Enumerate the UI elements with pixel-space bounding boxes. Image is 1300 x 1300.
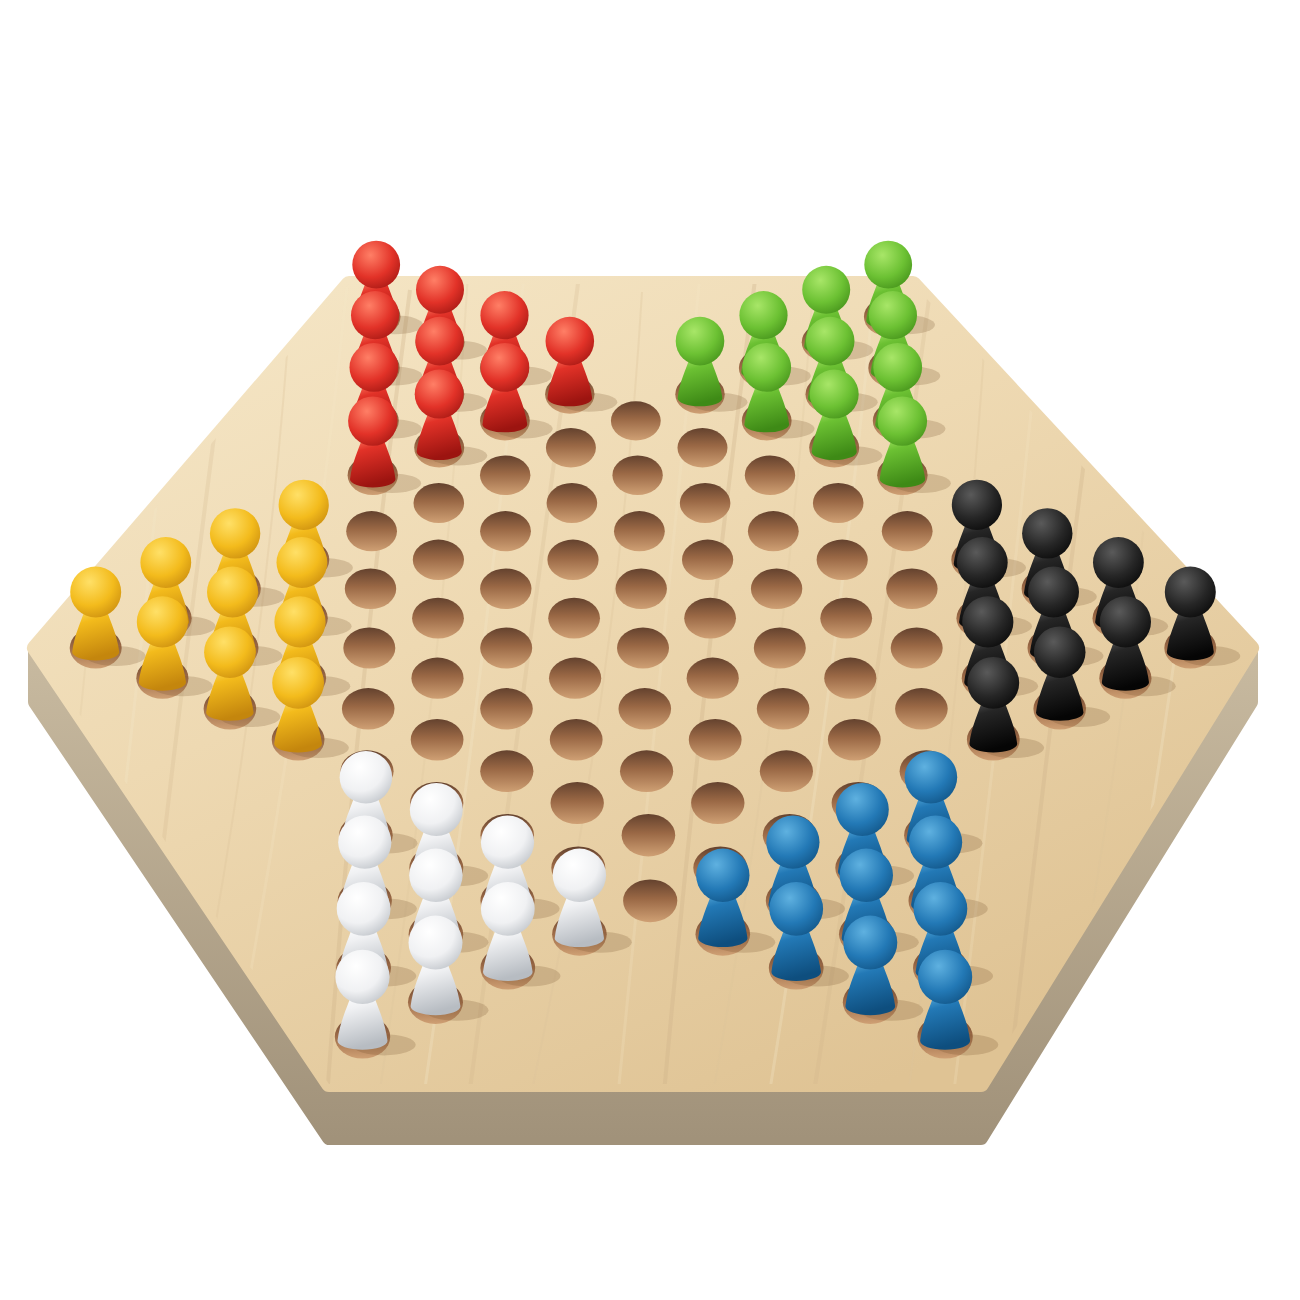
hole-empty[interactable] [678,428,728,467]
hole-empty[interactable] [412,598,464,639]
hole-empty[interactable] [754,628,806,669]
hole-empty[interactable] [551,782,604,824]
hole-empty[interactable] [886,569,937,610]
hole-empty[interactable] [611,401,661,440]
hole-empty[interactable] [549,658,601,699]
hole-empty[interactable] [345,569,396,610]
hole-empty[interactable] [682,540,733,580]
hole-empty[interactable] [745,455,795,495]
hole-empty[interactable] [687,658,739,699]
hole-empty[interactable] [614,511,665,551]
hole-empty[interactable] [411,658,463,699]
hole-empty[interactable] [882,511,933,551]
hole-empty[interactable] [691,782,744,824]
hole-empty[interactable] [546,428,596,467]
hole-empty[interactable] [414,483,465,523]
hole-empty[interactable] [760,750,813,792]
hole-empty[interactable] [480,455,530,495]
hole-empty[interactable] [616,569,667,610]
hole-empty[interactable] [480,688,533,729]
hole-empty[interactable] [817,540,868,580]
hole-empty[interactable] [619,688,672,729]
hole-empty[interactable] [824,658,876,699]
hole-empty[interactable] [480,569,531,610]
hole-empty[interactable] [623,879,677,922]
hole-empty[interactable] [612,455,662,495]
chinese-checkers-board [0,0,1300,1300]
hole-empty[interactable] [346,511,397,551]
hole-empty[interactable] [547,483,598,523]
hole-empty[interactable] [684,598,736,639]
hole-empty[interactable] [680,483,731,523]
hole-empty[interactable] [342,688,395,729]
hole-empty[interactable] [343,628,395,669]
hole-empty[interactable] [411,719,464,761]
hole-empty[interactable] [751,569,802,610]
hole-empty[interactable] [617,628,669,669]
hole-empty[interactable] [757,688,810,729]
hole-empty[interactable] [480,511,531,551]
hole-empty[interactable] [820,598,872,639]
hole-empty[interactable] [548,598,600,639]
hole-empty[interactable] [480,750,533,792]
hole-empty[interactable] [895,688,948,729]
hole-empty[interactable] [891,628,943,669]
hole-empty[interactable] [689,719,742,761]
hole-empty[interactable] [550,719,603,761]
hole-empty[interactable] [828,719,881,761]
hole-empty[interactable] [547,540,598,580]
hole-empty[interactable] [413,540,464,580]
hole-empty[interactable] [748,511,799,551]
hole-empty[interactable] [813,483,864,523]
hole-empty[interactable] [622,814,676,856]
hole-empty[interactable] [480,628,532,669]
hole-empty[interactable] [620,750,673,792]
product-photo-stage [0,0,1300,1300]
